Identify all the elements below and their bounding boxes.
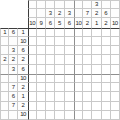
grid-cell[interactable] <box>102 65 111 74</box>
grid-cell[interactable] <box>46 111 55 120</box>
grid-cell[interactable] <box>111 74 120 83</box>
col-clue-cell <box>28 9 37 18</box>
col-clue-cell: 10 <box>74 18 83 27</box>
grid-cell[interactable] <box>102 28 111 37</box>
grid-cell[interactable] <box>28 111 37 120</box>
grid-cell[interactable] <box>37 102 46 111</box>
row-clue-cell: 10 <box>18 74 27 83</box>
grid-cell[interactable] <box>92 37 101 46</box>
row-clue-cell <box>9 37 18 46</box>
row-clue-cell: 3 <box>9 65 18 74</box>
grid-cell[interactable] <box>55 37 64 46</box>
grid-cell[interactable] <box>111 102 120 111</box>
col-clue-cell: 7 <box>83 9 92 18</box>
row-clue-cell: 2 <box>18 102 27 111</box>
row-clue-cell <box>0 74 9 83</box>
grid-cell[interactable] <box>65 83 74 92</box>
corner-block <box>0 0 28 28</box>
grid-cell[interactable] <box>37 92 46 101</box>
grid-cell[interactable] <box>55 55 64 64</box>
col-clue-cell: 2 <box>102 18 111 27</box>
grid-cell[interactable] <box>92 55 101 64</box>
grid-cell[interactable] <box>83 46 92 55</box>
col-clue-cell <box>74 9 83 18</box>
row-clue-cell <box>9 111 18 120</box>
col-clue-cell <box>83 0 92 9</box>
grid-cell[interactable] <box>55 111 64 120</box>
grid-cell[interactable] <box>37 83 46 92</box>
row-clue-cell: 6 <box>18 46 27 55</box>
col-clue-cell <box>37 0 46 9</box>
grid-cell[interactable] <box>28 83 37 92</box>
col-clue-cell <box>28 0 37 9</box>
row-clue-cell: 2 <box>9 55 18 64</box>
grid-cell[interactable] <box>28 65 37 74</box>
grid-cell[interactable] <box>28 92 37 101</box>
col-clue-cell: 6 <box>102 9 111 18</box>
grid-cell[interactable] <box>111 111 120 120</box>
grid-cell[interactable] <box>65 65 74 74</box>
grid-cell[interactable] <box>55 65 64 74</box>
grid-cell[interactable] <box>46 74 55 83</box>
grid-cell[interactable] <box>74 37 83 46</box>
grid-cell[interactable] <box>111 92 120 101</box>
grid-cell[interactable] <box>46 28 55 37</box>
grid-cell[interactable] <box>83 92 92 101</box>
grid-cell[interactable] <box>28 55 37 64</box>
grid-cell[interactable] <box>92 83 101 92</box>
grid-cell[interactable] <box>28 37 37 46</box>
col-clue-cell: 1 <box>92 18 101 27</box>
grid-cell[interactable] <box>65 74 74 83</box>
col-clue-cell: 10 <box>111 18 120 27</box>
grid-cell[interactable] <box>92 28 101 37</box>
grid-cell[interactable] <box>92 74 101 83</box>
grid-cell[interactable] <box>92 92 101 101</box>
grid-cell[interactable] <box>65 28 74 37</box>
row-clue-cell: 3 <box>9 46 18 55</box>
grid-cell[interactable] <box>83 65 92 74</box>
col-clue-cell <box>46 0 55 9</box>
grid-cell[interactable] <box>74 28 83 37</box>
grid-cell[interactable] <box>92 65 101 74</box>
grid-cell[interactable] <box>55 74 64 83</box>
grid-cell[interactable] <box>65 92 74 101</box>
row-clue-cell: 2 <box>0 55 9 64</box>
grid-cell[interactable] <box>46 102 55 111</box>
grid-cell[interactable] <box>74 46 83 55</box>
grid-cell[interactable] <box>28 46 37 55</box>
grid-cell[interactable] <box>92 46 101 55</box>
grid-cell[interactable] <box>92 111 101 120</box>
col-clue-cell <box>111 9 120 18</box>
grid-cell[interactable] <box>65 55 74 64</box>
col-clue-cell: 3 <box>92 0 101 9</box>
row-clue-cell <box>9 74 18 83</box>
grid-cell[interactable] <box>111 55 120 64</box>
nonogram-board: 3323726109656102121016110362223610726172… <box>0 0 120 120</box>
col-clue-cell: 3 <box>65 9 74 18</box>
col-clue-cell <box>111 0 120 9</box>
row-clue-cell <box>0 102 9 111</box>
grid-cell[interactable] <box>28 28 37 37</box>
row-clue-cell: 6 <box>9 28 18 37</box>
grid-cell[interactable] <box>111 28 120 37</box>
row-clue-cell <box>0 92 9 101</box>
grid-cell[interactable] <box>111 46 120 55</box>
row-clue-cell: 1 <box>18 28 27 37</box>
grid-cell[interactable] <box>46 83 55 92</box>
grid-cell[interactable] <box>111 65 120 74</box>
col-clue-cell <box>65 0 74 9</box>
grid-cell[interactable] <box>46 37 55 46</box>
grid-cell[interactable] <box>55 92 64 101</box>
col-clue-cell: 2 <box>55 9 64 18</box>
grid-cell[interactable] <box>102 46 111 55</box>
col-clue-cell: 3 <box>46 9 55 18</box>
row-clue-cell: 7 <box>9 102 18 111</box>
grid-cell[interactable] <box>46 92 55 101</box>
grid-cell[interactable] <box>83 28 92 37</box>
grid-cell[interactable] <box>65 37 74 46</box>
row-clue-cell: 2 <box>18 55 27 64</box>
grid-cell[interactable] <box>83 83 92 92</box>
col-clue-cell <box>37 9 46 18</box>
col-clue-cell: 10 <box>28 18 37 27</box>
row-clue-cell: 10 <box>18 37 27 46</box>
row-clue-cell: 1 <box>0 28 9 37</box>
grid-cell[interactable] <box>83 111 92 120</box>
row-clue-cell <box>0 65 9 74</box>
grid-cell[interactable] <box>37 55 46 64</box>
grid-cell[interactable] <box>55 83 64 92</box>
grid-cell[interactable] <box>28 102 37 111</box>
grid-cell[interactable] <box>74 111 83 120</box>
grid-cell[interactable] <box>55 46 64 55</box>
grid-cell[interactable] <box>102 111 111 120</box>
row-clue-cell <box>0 37 9 46</box>
grid-cell[interactable] <box>83 102 92 111</box>
grid-cell[interactable] <box>92 102 101 111</box>
grid-cell[interactable] <box>74 92 83 101</box>
col-clue-cell <box>55 0 64 9</box>
grid-cell[interactable] <box>74 65 83 74</box>
grid-cell[interactable] <box>37 46 46 55</box>
grid-cell[interactable] <box>37 111 46 120</box>
grid-cell[interactable] <box>74 74 83 83</box>
grid-cell[interactable] <box>55 28 64 37</box>
grid-cell[interactable] <box>37 65 46 74</box>
row-clue-cell <box>0 111 9 120</box>
grid-cell[interactable] <box>111 83 120 92</box>
grid-cell[interactable] <box>102 83 111 92</box>
grid-cell[interactable] <box>46 46 55 55</box>
grid-cell[interactable] <box>46 65 55 74</box>
col-clue-cell: 6 <box>46 18 55 27</box>
col-clue-cell: 2 <box>83 18 92 27</box>
col-clue-cell: 5 <box>55 18 64 27</box>
grid-cell[interactable] <box>37 28 46 37</box>
col-clue-cell: 9 <box>37 18 46 27</box>
grid-cell[interactable] <box>102 102 111 111</box>
grid-cell[interactable] <box>83 55 92 64</box>
grid-cell[interactable] <box>102 55 111 64</box>
row-clue-cell: 7 <box>9 83 18 92</box>
grid-cell[interactable] <box>37 37 46 46</box>
grid-cell[interactable] <box>65 111 74 120</box>
row-clue-cell: 2 <box>18 83 27 92</box>
grid-cell[interactable] <box>102 37 111 46</box>
row-clue-cell: 1 <box>18 92 27 101</box>
row-clue-cell: 6 <box>18 65 27 74</box>
grid-cell[interactable] <box>65 46 74 55</box>
row-clue-cell <box>0 83 9 92</box>
grid-cell[interactable] <box>74 102 83 111</box>
grid-cell[interactable] <box>102 92 111 101</box>
row-clue-cell: 6 <box>9 92 18 101</box>
grid-cell[interactable] <box>102 74 111 83</box>
grid-cell[interactable] <box>74 83 83 92</box>
grid-cell[interactable] <box>28 74 37 83</box>
grid-cell[interactable] <box>74 55 83 64</box>
col-clue-cell: 2 <box>92 9 101 18</box>
grid-cell[interactable] <box>55 102 64 111</box>
col-clue-cell: 6 <box>65 18 74 27</box>
grid-cell[interactable] <box>46 55 55 64</box>
col-clue-cell <box>74 0 83 9</box>
grid-cell[interactable] <box>83 37 92 46</box>
grid-cell[interactable] <box>37 74 46 83</box>
row-clue-cell: 10 <box>18 111 27 120</box>
grid-cell[interactable] <box>83 74 92 83</box>
grid-cell[interactable] <box>111 37 120 46</box>
row-clue-cell <box>0 46 9 55</box>
grid-cell[interactable] <box>65 102 74 111</box>
col-clue-cell <box>102 0 111 9</box>
